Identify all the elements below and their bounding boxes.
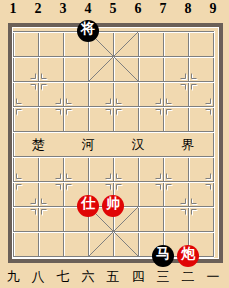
river-text-1: 楚 — [27, 136, 49, 152]
piece-red-cannon[interactable]: 炮 — [177, 245, 199, 267]
point-marker-highlight — [18, 100, 23, 116]
piece-black-horse[interactable]: 马 — [152, 245, 174, 267]
point-marker — [56, 174, 72, 190]
river-text-3: 汉 — [127, 136, 149, 152]
xiangqi-board: 123456789九八七六五四三二一楚河汉界将仕帅马炮 — [0, 0, 229, 288]
point-marker-highlight — [157, 175, 173, 191]
point-marker — [181, 74, 197, 90]
point-marker — [31, 199, 47, 215]
point-marker-highlight — [107, 175, 123, 191]
point-marker-highlight — [18, 175, 23, 191]
river-text-2: 河 — [77, 136, 99, 152]
point-marker — [206, 99, 211, 115]
point-marker — [181, 199, 197, 215]
point-marker — [106, 99, 122, 115]
point-marker-highlight — [32, 75, 48, 91]
point-marker-highlight — [57, 175, 73, 191]
point-marker — [106, 174, 122, 190]
point-marker-highlight — [182, 200, 198, 216]
point-marker — [156, 99, 172, 115]
piece-red-general[interactable]: 帅 — [102, 195, 124, 217]
point-marker — [31, 74, 47, 90]
river-text-4: 界 — [177, 136, 199, 152]
point-marker-highlight — [107, 100, 123, 116]
point-marker-highlight — [57, 100, 73, 116]
piece-black-general[interactable]: 将 — [77, 20, 99, 42]
piece-red-advisor[interactable]: 仕 — [77, 195, 99, 217]
point-marker — [156, 174, 172, 190]
point-marker-highlight — [32, 200, 48, 216]
point-marker — [206, 174, 211, 190]
point-marker — [56, 99, 72, 115]
point-marker-highlight — [157, 100, 173, 116]
point-marker-highlight — [182, 75, 198, 91]
